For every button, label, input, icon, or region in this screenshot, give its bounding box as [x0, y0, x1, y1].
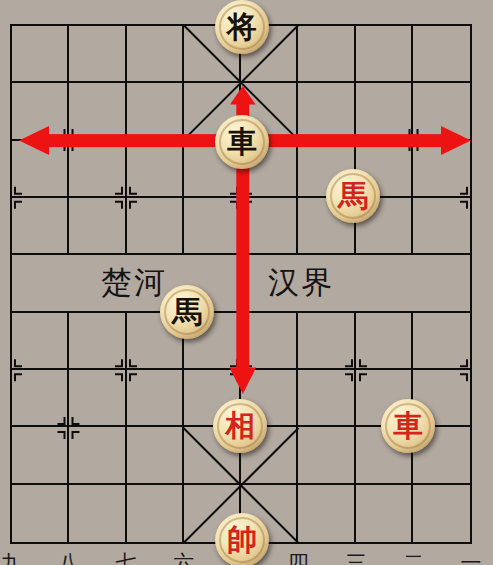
red-horse-glyph: 馬: [338, 181, 368, 211]
point-marker: [345, 359, 367, 381]
red-general-glyph: 帥: [227, 525, 257, 555]
black-chariot-glyph: 車: [227, 127, 257, 157]
point-marker: [15, 359, 22, 381]
point-marker: [58, 417, 80, 439]
piece-black-general[interactable]: 将: [215, 0, 269, 54]
black-general-glyph: 将: [227, 12, 257, 42]
piece-black-chariot[interactable]: 車: [215, 115, 269, 169]
piece-red-horse[interactable]: 馬: [326, 169, 380, 223]
point-marker: [115, 359, 137, 381]
point-marker: [460, 359, 467, 381]
piece-red-elephant[interactable]: 相: [213, 399, 267, 453]
board-overlay: [0, 0, 493, 565]
xiangqi-board-diagram: 楚河 汉界 将車馬馬相車帥 九八七六五四三二一: [0, 0, 493, 565]
black-horse-glyph: 馬: [172, 297, 202, 327]
point-marker: [15, 187, 22, 209]
piece-black-horse[interactable]: 馬: [160, 285, 214, 339]
point-marker: [115, 187, 137, 209]
move-arrow-down: [230, 160, 257, 394]
piece-red-chariot[interactable]: 車: [381, 399, 435, 453]
piece-red-general[interactable]: 帥: [215, 513, 269, 565]
red-chariot-glyph: 車: [393, 411, 423, 441]
red-elephant-glyph: 相: [225, 411, 255, 441]
point-marker: [460, 187, 467, 209]
